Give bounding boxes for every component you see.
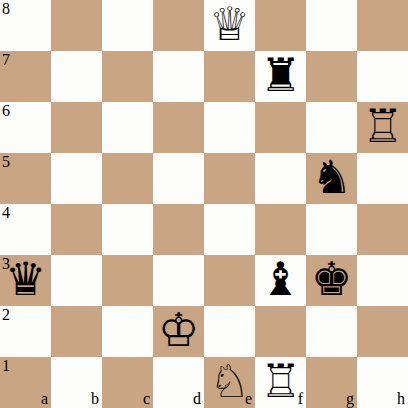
rank-label-6: 6 (2, 102, 10, 120)
square-d2[interactable]: ♔ (153, 306, 204, 357)
rank-label-8: 8 (2, 0, 10, 18)
square-d7[interactable] (153, 51, 204, 102)
square-c1[interactable]: c (102, 357, 153, 408)
square-b3[interactable] (51, 255, 102, 306)
square-d8[interactable] (153, 0, 204, 51)
square-h8[interactable] (357, 0, 408, 51)
rank-label-4: 4 (2, 204, 10, 222)
square-h2[interactable] (357, 306, 408, 357)
file-label-d: d (193, 390, 201, 408)
square-g3[interactable]: ♚ (306, 255, 357, 306)
square-e1[interactable]: e♘ (204, 357, 255, 408)
square-g7[interactable] (306, 51, 357, 102)
square-f6[interactable] (255, 102, 306, 153)
square-d6[interactable] (153, 102, 204, 153)
file-label-h: h (397, 390, 405, 408)
file-label-a: a (41, 390, 48, 408)
chess-board: 8♕7♜6♖5♞43♛♝♚2♔1abcde♘f♖gh (0, 0, 408, 408)
file-label-f: f (298, 390, 303, 408)
square-f1[interactable]: f♖ (255, 357, 306, 408)
square-a6[interactable]: 6 (0, 102, 51, 153)
rank-label-5: 5 (2, 153, 10, 171)
square-c5[interactable] (102, 153, 153, 204)
square-f3[interactable]: ♝ (255, 255, 306, 306)
file-label-g: g (346, 390, 354, 408)
square-a3[interactable]: 3♛ (0, 255, 51, 306)
black-king-g3[interactable]: ♚ (311, 254, 352, 305)
square-e2[interactable] (204, 306, 255, 357)
square-e8[interactable]: ♕ (204, 0, 255, 51)
rank-label-1: 1 (2, 357, 10, 375)
square-d3[interactable] (153, 255, 204, 306)
square-c7[interactable] (102, 51, 153, 102)
square-a7[interactable]: 7 (0, 51, 51, 102)
chess-diagram: 8♕7♜6♖5♞43♛♝♚2♔1abcde♘f♖gh (0, 0, 408, 408)
square-g1[interactable]: g (306, 357, 357, 408)
square-b4[interactable] (51, 204, 102, 255)
white-king-d2[interactable]: ♔ (158, 305, 199, 356)
square-h4[interactable] (357, 204, 408, 255)
white-queen-e8[interactable]: ♕ (209, 0, 250, 50)
square-d1[interactable]: d (153, 357, 204, 408)
rank-label-7: 7 (2, 51, 10, 69)
black-queen-a3[interactable]: ♛ (5, 254, 46, 305)
square-a2[interactable]: 2 (0, 306, 51, 357)
square-d4[interactable] (153, 204, 204, 255)
square-a5[interactable]: 5 (0, 153, 51, 204)
black-rook-f7[interactable]: ♜ (260, 50, 301, 101)
square-a8[interactable]: 8 (0, 0, 51, 51)
square-f4[interactable] (255, 204, 306, 255)
square-g4[interactable] (306, 204, 357, 255)
square-g2[interactable] (306, 306, 357, 357)
square-b6[interactable] (51, 102, 102, 153)
file-label-b: b (91, 390, 99, 408)
black-bishop-f3[interactable]: ♝ (260, 254, 301, 305)
white-rook-f1[interactable]: ♖ (260, 356, 301, 407)
square-e6[interactable] (204, 102, 255, 153)
square-e4[interactable] (204, 204, 255, 255)
square-h6[interactable]: ♖ (357, 102, 408, 153)
square-h5[interactable] (357, 153, 408, 204)
square-g8[interactable] (306, 0, 357, 51)
square-b2[interactable] (51, 306, 102, 357)
square-h3[interactable] (357, 255, 408, 306)
square-f2[interactable] (255, 306, 306, 357)
square-g6[interactable] (306, 102, 357, 153)
file-label-e: e (245, 390, 252, 408)
square-c2[interactable] (102, 306, 153, 357)
square-c6[interactable] (102, 102, 153, 153)
square-c4[interactable] (102, 204, 153, 255)
square-g5[interactable]: ♞ (306, 153, 357, 204)
square-f7[interactable]: ♜ (255, 51, 306, 102)
square-a4[interactable]: 4 (0, 204, 51, 255)
square-d5[interactable] (153, 153, 204, 204)
square-e7[interactable] (204, 51, 255, 102)
square-f5[interactable] (255, 153, 306, 204)
rank-label-3: 3 (2, 255, 10, 273)
square-h7[interactable] (357, 51, 408, 102)
square-e3[interactable] (204, 255, 255, 306)
square-a1[interactable]: 1a (0, 357, 51, 408)
square-b5[interactable] (51, 153, 102, 204)
square-e5[interactable] (204, 153, 255, 204)
square-f8[interactable] (255, 0, 306, 51)
square-b1[interactable]: b (51, 357, 102, 408)
white-rook-h6[interactable]: ♖ (362, 101, 403, 152)
file-label-c: c (143, 390, 150, 408)
black-knight-g5[interactable]: ♞ (311, 152, 352, 203)
square-c8[interactable] (102, 0, 153, 51)
square-b7[interactable] (51, 51, 102, 102)
square-h1[interactable]: h (357, 357, 408, 408)
rank-label-2: 2 (2, 306, 10, 324)
square-c3[interactable] (102, 255, 153, 306)
square-b8[interactable] (51, 0, 102, 51)
